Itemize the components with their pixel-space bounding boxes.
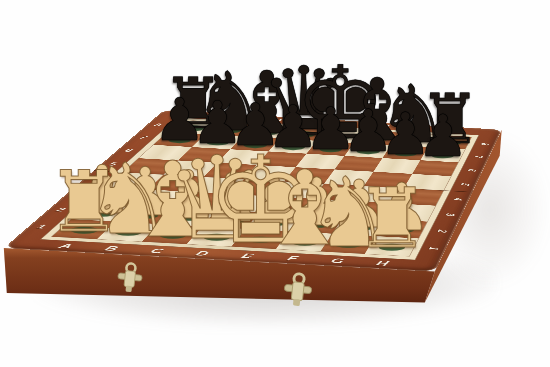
brass-clasp-left-icon [117, 261, 143, 293]
chess-photo-scene: AABBCCDDEEFFGGHH1122334455667788 ♜♞♝♛♚♝♞… [0, 0, 550, 367]
piece-white-rook-h1[interactable]: ♜ [355, 178, 429, 261]
rank-label-right-3: 3 [443, 213, 456, 216]
brass-clasp-right-icon [283, 271, 313, 307]
piece-black-pawn-h7[interactable]: ♟ [417, 107, 469, 165]
rank-label-right-2: 2 [435, 229, 449, 232]
rank-label-right-5: 5 [459, 183, 472, 186]
rank-label-right-4: 4 [451, 197, 464, 200]
